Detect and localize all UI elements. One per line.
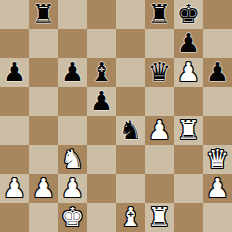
square-b4[interactable] <box>29 116 58 145</box>
square-f8[interactable]: ♜ <box>145 0 174 29</box>
square-b8[interactable]: ♜ <box>29 0 58 29</box>
square-c4[interactable] <box>58 116 87 145</box>
white-pawn-h2[interactable]: ♟ <box>203 174 232 203</box>
square-e4[interactable]: ♞ <box>116 116 145 145</box>
square-a5[interactable] <box>0 87 29 116</box>
square-d8[interactable] <box>87 0 116 29</box>
square-h6[interactable]: ♟ <box>203 58 232 87</box>
square-f3[interactable] <box>145 145 174 174</box>
square-b5[interactable] <box>29 87 58 116</box>
black-king-g8[interactable]: ♚ <box>174 0 203 29</box>
white-pawn-g6[interactable]: ♟ <box>174 58 203 87</box>
square-f2[interactable] <box>145 174 174 203</box>
square-a6[interactable]: ♟ <box>0 58 29 87</box>
square-h1[interactable] <box>203 203 232 232</box>
square-c6[interactable]: ♟ <box>58 58 87 87</box>
square-c3[interactable]: ♞ <box>58 145 87 174</box>
black-pawn-h6[interactable]: ♟ <box>203 58 232 87</box>
black-knight-e4[interactable]: ♞ <box>116 116 145 145</box>
square-e5[interactable] <box>116 87 145 116</box>
square-f4[interactable]: ♟ <box>145 116 174 145</box>
square-d3[interactable] <box>87 145 116 174</box>
square-b2[interactable]: ♟ <box>29 174 58 203</box>
square-f5[interactable] <box>145 87 174 116</box>
square-c7[interactable] <box>58 29 87 58</box>
square-f6[interactable]: ♛ <box>145 58 174 87</box>
square-h5[interactable] <box>203 87 232 116</box>
square-h2[interactable]: ♟ <box>203 174 232 203</box>
black-rook-f8[interactable]: ♜ <box>145 0 174 29</box>
square-c1[interactable]: ♚ <box>58 203 87 232</box>
black-rook-b8[interactable]: ♜ <box>29 0 58 29</box>
square-a1[interactable] <box>0 203 29 232</box>
square-e3[interactable] <box>116 145 145 174</box>
white-pawn-c2[interactable]: ♟ <box>58 174 87 203</box>
square-h7[interactable] <box>203 29 232 58</box>
black-pawn-d5[interactable]: ♟ <box>87 87 116 116</box>
square-a7[interactable] <box>0 29 29 58</box>
white-rook-g4[interactable]: ♜ <box>174 116 203 145</box>
square-g1[interactable] <box>174 203 203 232</box>
white-king-c1[interactable]: ♚ <box>58 203 87 232</box>
square-g3[interactable] <box>174 145 203 174</box>
white-pawn-f4[interactable]: ♟ <box>145 116 174 145</box>
square-b3[interactable] <box>29 145 58 174</box>
square-g7[interactable]: ♟ <box>174 29 203 58</box>
white-rook-f1[interactable]: ♜ <box>145 203 174 232</box>
square-g2[interactable] <box>174 174 203 203</box>
chess-board: ♜♜♚♟♟♟♝♛♟♟♟♞♟♜♞♛♟♟♟♟♚♝♜ <box>0 0 232 232</box>
square-h4[interactable] <box>203 116 232 145</box>
square-g4[interactable]: ♜ <box>174 116 203 145</box>
square-a2[interactable]: ♟ <box>0 174 29 203</box>
square-g8[interactable]: ♚ <box>174 0 203 29</box>
black-queen-f6[interactable]: ♛ <box>145 58 174 87</box>
square-c5[interactable] <box>58 87 87 116</box>
square-a3[interactable] <box>0 145 29 174</box>
screenshot-stage: ♜♜♚♟♟♟♝♛♟♟♟♞♟♜♞♛♟♟♟♟♚♝♜ <box>0 0 232 232</box>
square-e6[interactable] <box>116 58 145 87</box>
square-c2[interactable]: ♟ <box>58 174 87 203</box>
square-h8[interactable] <box>203 0 232 29</box>
square-f1[interactable]: ♜ <box>145 203 174 232</box>
square-b7[interactable] <box>29 29 58 58</box>
square-b1[interactable] <box>29 203 58 232</box>
black-pawn-g7[interactable]: ♟ <box>174 29 203 58</box>
square-g5[interactable] <box>174 87 203 116</box>
white-pawn-a2[interactable]: ♟ <box>0 174 29 203</box>
white-knight-c3[interactable]: ♞ <box>58 145 87 174</box>
square-b6[interactable] <box>29 58 58 87</box>
black-bishop-d6[interactable]: ♝ <box>87 58 116 87</box>
square-a8[interactable] <box>0 0 29 29</box>
square-d1[interactable] <box>87 203 116 232</box>
square-e1[interactable]: ♝ <box>116 203 145 232</box>
square-g6[interactable]: ♟ <box>174 58 203 87</box>
square-h3[interactable]: ♛ <box>203 145 232 174</box>
white-queen-h3[interactable]: ♛ <box>203 145 232 174</box>
white-pawn-b2[interactable]: ♟ <box>29 174 58 203</box>
white-bishop-e1[interactable]: ♝ <box>116 203 145 232</box>
square-c8[interactable] <box>58 0 87 29</box>
square-f7[interactable] <box>145 29 174 58</box>
black-pawn-c6[interactable]: ♟ <box>58 58 87 87</box>
square-d4[interactable] <box>87 116 116 145</box>
square-e7[interactable] <box>116 29 145 58</box>
square-a4[interactable] <box>0 116 29 145</box>
square-e8[interactable] <box>116 0 145 29</box>
square-d7[interactable] <box>87 29 116 58</box>
black-pawn-a6[interactable]: ♟ <box>0 58 29 87</box>
square-d5[interactable]: ♟ <box>87 87 116 116</box>
square-d2[interactable] <box>87 174 116 203</box>
square-e2[interactable] <box>116 174 145 203</box>
square-d6[interactable]: ♝ <box>87 58 116 87</box>
